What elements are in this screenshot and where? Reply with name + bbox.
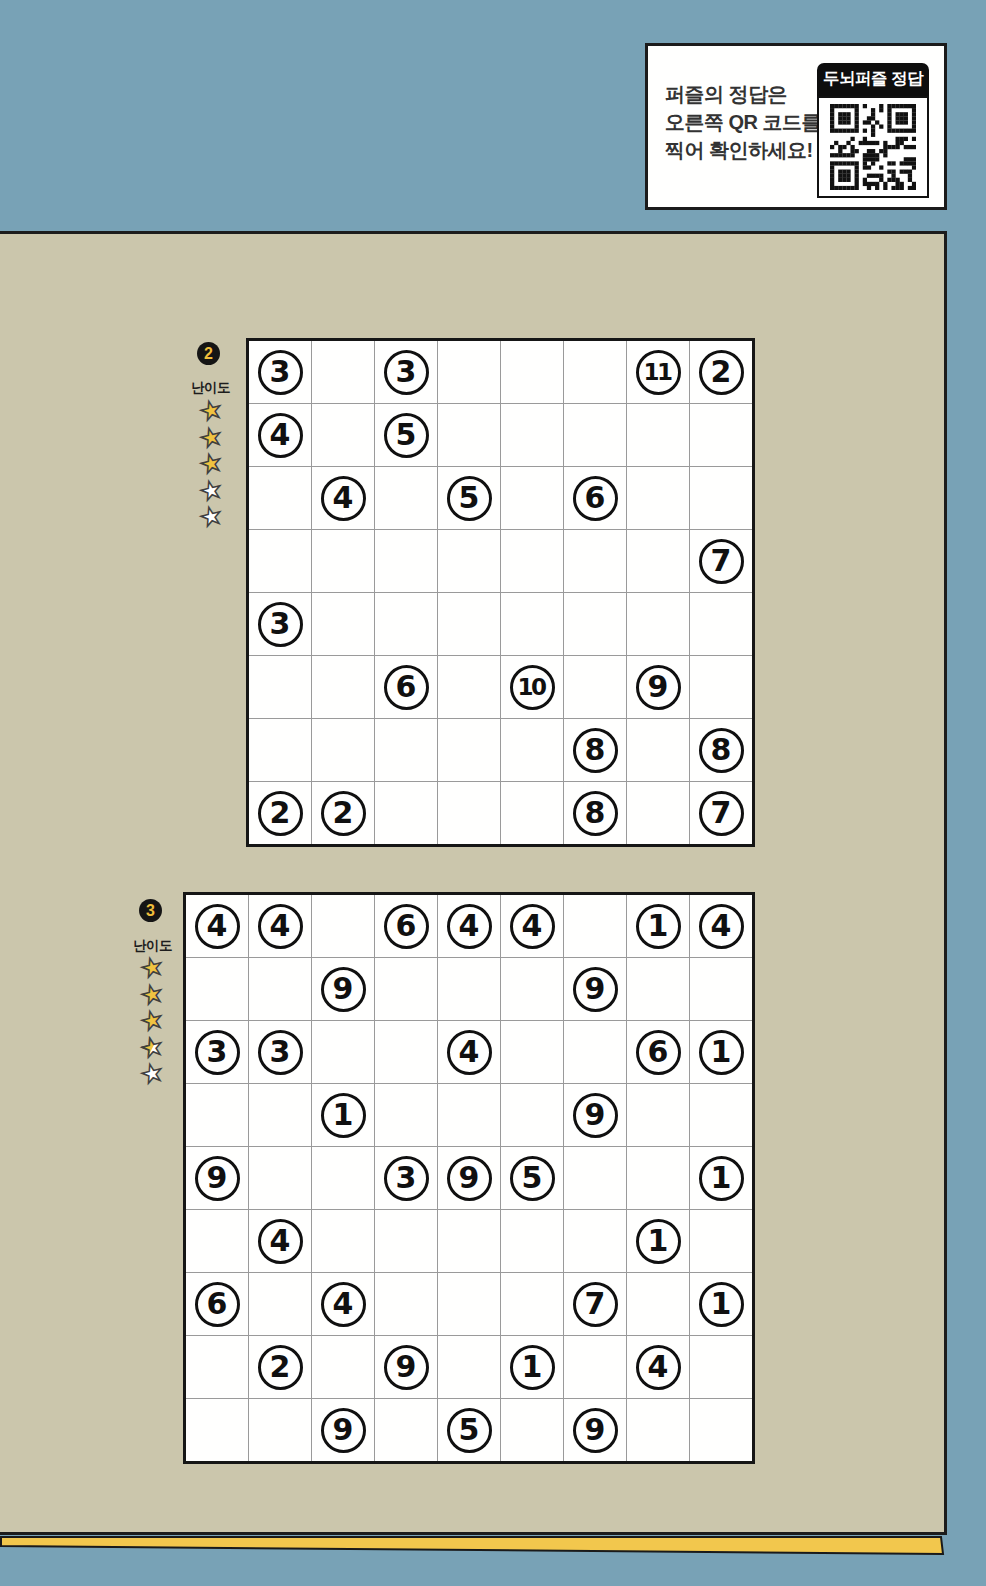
- cell-r1c1[interactable]: 3: [249, 341, 311, 403]
- cell-r7c4[interactable]: [438, 719, 500, 781]
- cell-r8c7[interactable]: [627, 782, 689, 844]
- cell-r6c5[interactable]: [438, 1210, 500, 1272]
- cell-r1c6[interactable]: 4: [501, 895, 563, 957]
- qr-code: [830, 104, 916, 190]
- cell-r3c4[interactable]: [375, 1021, 437, 1083]
- cell-r1c8[interactable]: 1: [627, 895, 689, 957]
- cell-r3c7[interactable]: [564, 1021, 626, 1083]
- cell-r9c5[interactable]: 5: [438, 1399, 500, 1461]
- cell-r2c9[interactable]: [690, 958, 752, 1020]
- cell-r7c5[interactable]: [438, 1273, 500, 1335]
- cell-r5c7[interactable]: [627, 593, 689, 655]
- cell-r4c6[interactable]: [501, 1084, 563, 1146]
- clue-circle: 1: [636, 1219, 681, 1264]
- cell-r2c1[interactable]: 4: [249, 404, 311, 466]
- note-line-1: 퍼즐의 정답은: [665, 80, 837, 108]
- cell-r5c1[interactable]: 9: [186, 1147, 248, 1209]
- answer-note-text: 퍼즐의 정답은 오른쪽 QR 코드를 찍어 확인하세요!: [665, 80, 837, 164]
- cell-r3c5[interactable]: 4: [438, 1021, 500, 1083]
- clue-circle: 9: [321, 1408, 366, 1453]
- clue-circle: 6: [384, 665, 429, 710]
- puzzle-3-star-rating: ★★★★★★: [132, 955, 172, 1088]
- clue-circle: 1: [510, 1345, 555, 1390]
- clue-circle: 4: [447, 904, 492, 949]
- clue-circle: 4: [321, 476, 366, 521]
- cell-r3c5[interactable]: [501, 467, 563, 529]
- cell-r4c8[interactable]: [627, 1084, 689, 1146]
- clue-circle: 4: [258, 413, 303, 458]
- cell-r1c7[interactable]: [564, 895, 626, 957]
- cell-r6c1[interactable]: [186, 1210, 248, 1272]
- cell-r8c2[interactable]: 2: [249, 1336, 311, 1398]
- cell-r2c5[interactable]: [438, 958, 500, 1020]
- cell-r4c4[interactable]: [375, 1084, 437, 1146]
- cell-r1c4[interactable]: [438, 341, 500, 403]
- cell-r7c7[interactable]: [627, 719, 689, 781]
- cell-r5c5[interactable]: 9: [438, 1147, 500, 1209]
- cell-r1c2[interactable]: [312, 341, 374, 403]
- cell-r5c3[interactable]: [375, 593, 437, 655]
- cell-r7c5[interactable]: [501, 719, 563, 781]
- clue-circle: 4: [321, 1282, 366, 1327]
- cell-r6c1[interactable]: [249, 656, 311, 718]
- cell-r1c3[interactable]: 3: [375, 341, 437, 403]
- cell-r9c7[interactable]: 9: [564, 1399, 626, 1461]
- cell-r2c5[interactable]: [501, 404, 563, 466]
- cell-r5c8[interactable]: [627, 1147, 689, 1209]
- cell-r7c4[interactable]: [375, 1273, 437, 1335]
- cell-r5c4[interactable]: [438, 593, 500, 655]
- cell-r3c6[interactable]: 6: [564, 467, 626, 529]
- cell-r8c5[interactable]: [501, 782, 563, 844]
- cell-r7c6[interactable]: [501, 1273, 563, 1335]
- clue-circle: 9: [636, 665, 681, 710]
- cell-r8c3[interactable]: [312, 1336, 374, 1398]
- cell-r3c2[interactable]: 4: [312, 467, 374, 529]
- cell-r4c3[interactable]: 1: [312, 1084, 374, 1146]
- clue-circle: 6: [195, 1282, 240, 1327]
- cell-r4c4[interactable]: [438, 530, 500, 592]
- clue-circle: 4: [636, 1345, 681, 1390]
- page-edge-strip: [0, 1530, 960, 1564]
- cell-r7c6[interactable]: 8: [564, 719, 626, 781]
- clue-circle: 9: [384, 1345, 429, 1390]
- cell-r1c9[interactable]: 4: [690, 895, 752, 957]
- cell-r1c3[interactable]: [312, 895, 374, 957]
- cell-r6c2[interactable]: 4: [249, 1210, 311, 1272]
- cell-r1c8[interactable]: 2: [690, 341, 752, 403]
- cell-r2c3[interactable]: 9: [312, 958, 374, 1020]
- cell-r3c3[interactable]: [312, 1021, 374, 1083]
- cell-r5c9[interactable]: 1: [690, 1147, 752, 1209]
- cell-r4c7[interactable]: 9: [564, 1084, 626, 1146]
- cell-r9c2[interactable]: [249, 1399, 311, 1461]
- clue-circle: 4: [195, 904, 240, 949]
- cell-r7c3[interactable]: [375, 719, 437, 781]
- empty-star-icon: ★: [197, 502, 225, 533]
- clue-circle: 2: [258, 1345, 303, 1390]
- cell-r3c7[interactable]: [627, 467, 689, 529]
- cell-r1c5[interactable]: [501, 341, 563, 403]
- puzzle-2-badge: 2: [197, 342, 220, 365]
- cell-r7c8[interactable]: [627, 1273, 689, 1335]
- clue-circle: 5: [510, 1156, 555, 1201]
- clue-circle: 10: [510, 665, 555, 710]
- cell-r6c3[interactable]: 6: [375, 656, 437, 718]
- cell-r6c6[interactable]: [501, 1210, 563, 1272]
- cell-r5c2[interactable]: [249, 1147, 311, 1209]
- cell-r2c4[interactable]: [438, 404, 500, 466]
- cell-r6c8[interactable]: [690, 656, 752, 718]
- clue-circle: 3: [258, 602, 303, 647]
- clue-circle: 7: [573, 1282, 618, 1327]
- cell-r4c2[interactable]: [312, 530, 374, 592]
- cell-r4c5[interactable]: [438, 1084, 500, 1146]
- cell-r2c3[interactable]: 5: [375, 404, 437, 466]
- clue-circle: 8: [573, 791, 618, 836]
- clue-circle: 9: [321, 967, 366, 1012]
- cell-r5c1[interactable]: 3: [249, 593, 311, 655]
- clue-circle: 3: [258, 1030, 303, 1075]
- clue-circle: 7: [699, 791, 744, 836]
- cell-r1c7[interactable]: 11: [627, 341, 689, 403]
- clue-circle: 9: [447, 1156, 492, 1201]
- cell-r1c2[interactable]: 4: [249, 895, 311, 957]
- cell-r5c5[interactable]: [501, 593, 563, 655]
- cell-r6c6[interactable]: [564, 656, 626, 718]
- clue-circle: 1: [321, 1093, 366, 1138]
- cell-r3c2[interactable]: 3: [249, 1021, 311, 1083]
- cell-r4c1[interactable]: [249, 530, 311, 592]
- cell-r6c3[interactable]: [312, 1210, 374, 1272]
- cell-r2c2[interactable]: [249, 958, 311, 1020]
- puzzle-2-star-rating: ★★★★★: [191, 398, 231, 531]
- cell-r7c3[interactable]: 4: [312, 1273, 374, 1335]
- clue-circle: 1: [636, 904, 681, 949]
- clue-circle: 5: [447, 476, 492, 521]
- clue-circle: 2: [699, 350, 744, 395]
- clue-circle: 5: [447, 1408, 492, 1453]
- clue-circle: 4: [699, 904, 744, 949]
- cell-r2c1[interactable]: [186, 958, 248, 1020]
- cell-r5c3[interactable]: [312, 1147, 374, 1209]
- cell-r7c1[interactable]: [249, 719, 311, 781]
- cell-r4c7[interactable]: [627, 530, 689, 592]
- cell-r4c2[interactable]: [249, 1084, 311, 1146]
- note-line-3: 찍어 확인하세요!: [665, 136, 837, 164]
- cell-r1c4[interactable]: 6: [375, 895, 437, 957]
- cell-r6c4[interactable]: [438, 656, 500, 718]
- clue-circle: 9: [195, 1156, 240, 1201]
- cell-r5c8[interactable]: [690, 593, 752, 655]
- cell-r1c1[interactable]: 4: [186, 895, 248, 957]
- cell-r8c2[interactable]: 2: [312, 782, 374, 844]
- clue-circle: 3: [258, 350, 303, 395]
- cell-r6c7[interactable]: 9: [627, 656, 689, 718]
- cell-r8c4[interactable]: [438, 782, 500, 844]
- cell-r3c1[interactable]: 3: [186, 1021, 248, 1083]
- cell-r8c7[interactable]: [564, 1336, 626, 1398]
- cell-r2c6[interactable]: [501, 958, 563, 1020]
- cell-r2c7[interactable]: 9: [564, 958, 626, 1020]
- cell-r8c8[interactable]: 7: [690, 782, 752, 844]
- cell-r7c2[interactable]: [249, 1273, 311, 1335]
- cell-r5c4[interactable]: 3: [375, 1147, 437, 1209]
- cell-r6c4[interactable]: [375, 1210, 437, 1272]
- clue-circle: 4: [258, 1219, 303, 1264]
- cell-r2c7[interactable]: [627, 404, 689, 466]
- clue-circle: 9: [573, 967, 618, 1012]
- cell-r9c6[interactable]: [501, 1399, 563, 1461]
- cell-r8c1[interactable]: 2: [249, 782, 311, 844]
- clue-circle: 4: [258, 904, 303, 949]
- clue-circle: 9: [573, 1408, 618, 1453]
- cell-r4c6[interactable]: [564, 530, 626, 592]
- cell-r7c1[interactable]: 6: [186, 1273, 248, 1335]
- cell-r2c8[interactable]: [690, 404, 752, 466]
- cell-r3c3[interactable]: [375, 467, 437, 529]
- cell-r8c6[interactable]: 1: [501, 1336, 563, 1398]
- cell-r3c1[interactable]: [249, 467, 311, 529]
- cell-r8c8[interactable]: 4: [627, 1336, 689, 1398]
- answer-note-box: 퍼즐의 정답은 오른쪽 QR 코드를 찍어 확인하세요! 두뇌퍼즐 정답: [645, 43, 947, 210]
- cell-r4c8[interactable]: 7: [690, 530, 752, 592]
- clue-circle: 7: [699, 539, 744, 584]
- cell-r2c2[interactable]: [312, 404, 374, 466]
- cell-r5c6[interactable]: 5: [501, 1147, 563, 1209]
- cell-r3c8[interactable]: [690, 467, 752, 529]
- cell-r5c6[interactable]: [564, 593, 626, 655]
- cell-r6c7[interactable]: [564, 1210, 626, 1272]
- clue-circle: 8: [699, 728, 744, 773]
- cell-r3c8[interactable]: 6: [627, 1021, 689, 1083]
- cell-r5c2[interactable]: [312, 593, 374, 655]
- cell-r7c7[interactable]: 7: [564, 1273, 626, 1335]
- cell-r6c2[interactable]: [312, 656, 374, 718]
- cell-r1c6[interactable]: [564, 341, 626, 403]
- cell-r6c5[interactable]: 10: [501, 656, 563, 718]
- cell-r3c4[interactable]: 5: [438, 467, 500, 529]
- cell-r6c9[interactable]: [690, 1210, 752, 1272]
- clue-circle: 2: [321, 791, 366, 836]
- cell-r8c1[interactable]: [186, 1336, 248, 1398]
- clue-circle: 6: [636, 1030, 681, 1075]
- cell-r8c9[interactable]: [690, 1336, 752, 1398]
- cell-r4c5[interactable]: [501, 530, 563, 592]
- cell-r3c6[interactable]: [501, 1021, 563, 1083]
- cell-r2c8[interactable]: [627, 958, 689, 1020]
- clue-circle: 3: [384, 1156, 429, 1201]
- puzzle-3-badge: 3: [139, 899, 162, 922]
- cell-r8c6[interactable]: 8: [564, 782, 626, 844]
- clue-circle: 11: [636, 350, 681, 395]
- clue-circle: 2: [258, 791, 303, 836]
- cell-r9c9[interactable]: [690, 1399, 752, 1461]
- puzzle-2-difficulty-label: 난이도: [191, 379, 230, 397]
- cell-r2c6[interactable]: [564, 404, 626, 466]
- cell-r3c9[interactable]: 1: [690, 1021, 752, 1083]
- clue-circle: 4: [510, 904, 555, 949]
- clue-circle: 8: [573, 728, 618, 773]
- clue-circle: 1: [699, 1156, 744, 1201]
- clue-circle: 3: [195, 1030, 240, 1075]
- cell-r9c1[interactable]: [186, 1399, 248, 1461]
- clue-circle: 4: [447, 1030, 492, 1075]
- qr-label: 두뇌퍼즐 정답: [817, 63, 929, 96]
- cell-r2c4[interactable]: [375, 958, 437, 1020]
- cell-r4c3[interactable]: [375, 530, 437, 592]
- cell-r9c4[interactable]: [375, 1399, 437, 1461]
- clue-circle: 5: [384, 413, 429, 458]
- cell-r1c5[interactable]: 4: [438, 895, 500, 957]
- cell-r7c2[interactable]: [312, 719, 374, 781]
- cell-r4c1[interactable]: [186, 1084, 248, 1146]
- cell-r9c3[interactable]: 9: [312, 1399, 374, 1461]
- clue-circle: 6: [573, 476, 618, 521]
- empty-star-icon: ★: [138, 1059, 166, 1090]
- cell-r8c5[interactable]: [438, 1336, 500, 1398]
- cell-r8c3[interactable]: [375, 782, 437, 844]
- qr-frame: [817, 96, 929, 198]
- clue-circle: 6: [384, 904, 429, 949]
- cell-r8c4[interactable]: 9: [375, 1336, 437, 1398]
- note-line-2: 오른쪽 QR 코드를: [665, 108, 837, 136]
- qr-panel: 두뇌퍼즐 정답: [817, 63, 929, 198]
- cell-r4c9[interactable]: [690, 1084, 752, 1146]
- clue-circle: 1: [699, 1282, 744, 1327]
- clue-circle: 1: [699, 1030, 744, 1075]
- cell-r6c8[interactable]: 1: [627, 1210, 689, 1272]
- clue-circle: 3: [384, 350, 429, 395]
- cell-r9c8[interactable]: [627, 1399, 689, 1461]
- cell-r5c7[interactable]: [564, 1147, 626, 1209]
- puzzle-3-grid: 4464414993346119939514164712914959: [183, 892, 755, 1464]
- clue-circle: 9: [573, 1093, 618, 1138]
- cell-r7c9[interactable]: 1: [690, 1273, 752, 1335]
- puzzle-2-grid: 3311245456736109882287: [246, 338, 755, 847]
- cell-r7c8[interactable]: 8: [690, 719, 752, 781]
